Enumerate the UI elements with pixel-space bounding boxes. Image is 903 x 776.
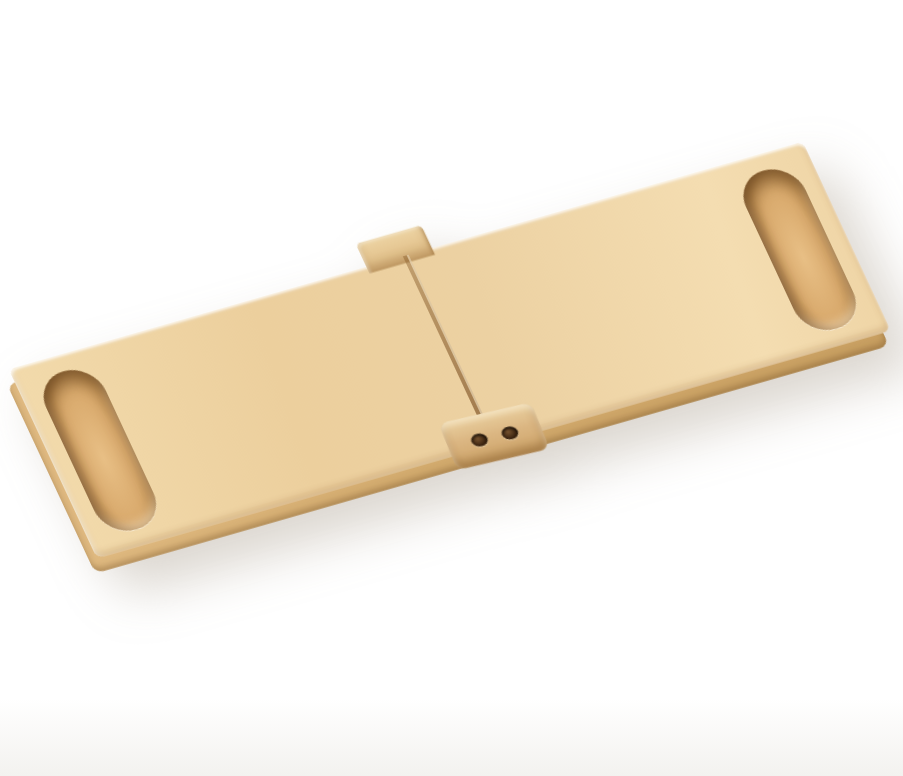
mancala-board bbox=[9, 142, 901, 581]
hinge-knuckle bbox=[438, 402, 549, 470]
hinge-pin-hole bbox=[499, 425, 520, 441]
product-photo-background bbox=[0, 0, 903, 776]
hinge-tab-top bbox=[356, 225, 435, 273]
hinge-pin-hole bbox=[469, 432, 490, 448]
board-top-surface bbox=[9, 142, 891, 559]
